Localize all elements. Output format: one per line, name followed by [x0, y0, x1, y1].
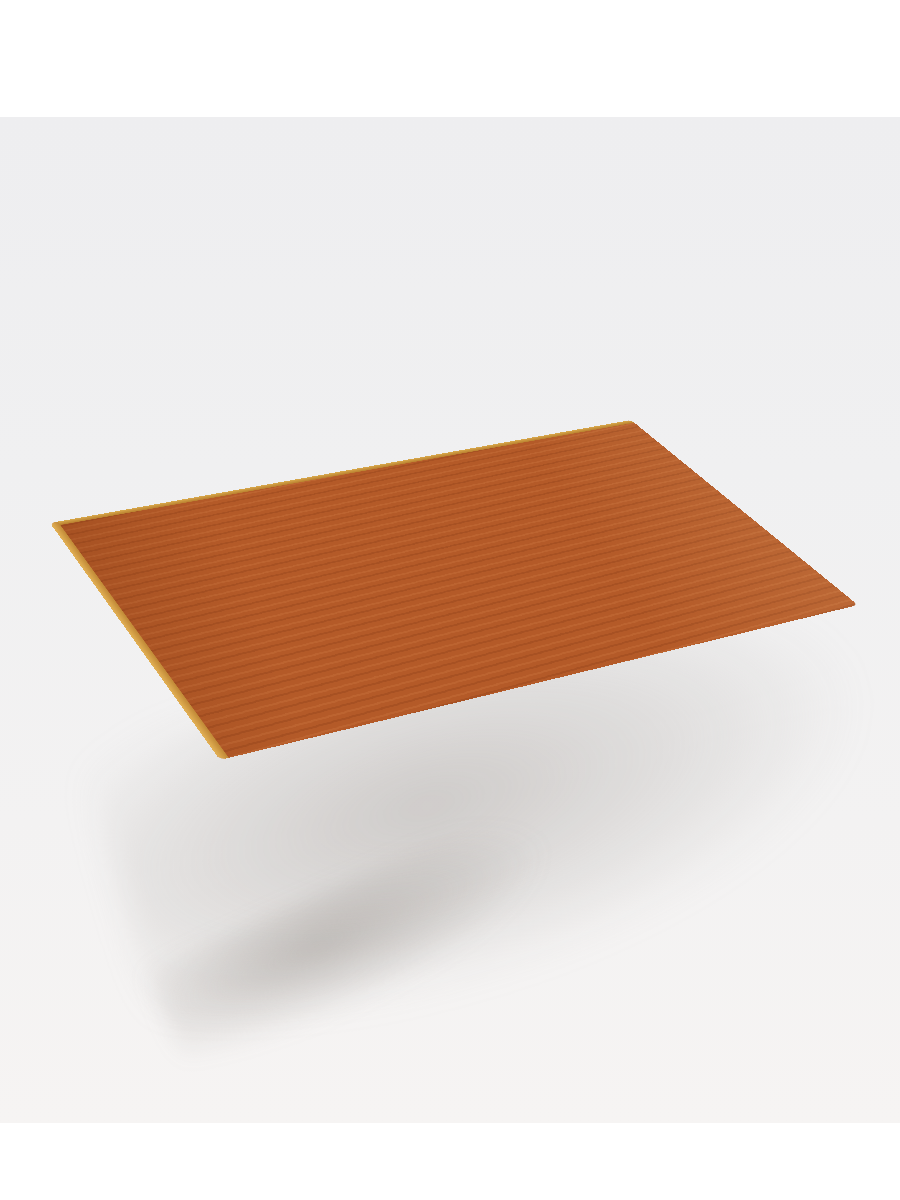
black-king: ♚: [0, 383, 261, 555]
black-bishop: ♝: [0, 128, 261, 251]
black-knight: ♞: [0, 20, 261, 129]
black-pawn: ♟: [0, 1092, 261, 1184]
black-rook: ♜: [0, 0, 261, 20]
black-pawn: ♟: [0, 1192, 261, 1200]
black-bishop: ♝: [0, 609, 261, 732]
black-pawn: ♟: [0, 992, 261, 1084]
black-knight: ♞: [0, 753, 261, 862]
black-rook: ♜: [0, 879, 261, 978]
product-photo-scene: ♜♞♝♛♚♝♞♜♟♟♟♟♟♟♟♟♟♟♟♟♟♟♟♟♜♞♝♛♚♝♞♜: [0, 0, 900, 1200]
black-queen: ♛: [0, 243, 261, 390]
